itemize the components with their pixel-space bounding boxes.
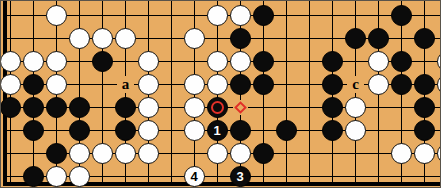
black-stone [23, 120, 44, 141]
white-stone [345, 120, 366, 141]
black-stone [253, 74, 274, 95]
black-stone [69, 120, 90, 141]
white-stone [138, 120, 159, 141]
black-stone [391, 51, 412, 72]
go-diagram: ac143 [0, 0, 441, 188]
letter-point-c: c [347, 76, 364, 93]
white-stone [23, 51, 44, 72]
black-stone [115, 97, 136, 118]
black-stone [322, 51, 343, 72]
black-stone [253, 143, 274, 164]
white-stone [230, 5, 251, 26]
black-stone [23, 74, 44, 95]
numbered-black-stone-1: 1 [207, 120, 228, 141]
white-stone [46, 5, 67, 26]
numbered-white-stone-4: 4 [184, 166, 205, 187]
black-stone [414, 120, 435, 141]
letter-point-a: a [117, 76, 134, 93]
white-stone [0, 51, 21, 72]
black-stone [414, 28, 435, 49]
white-stone [0, 74, 21, 95]
black-stone [322, 120, 343, 141]
white-stone [138, 97, 159, 118]
white-stone [115, 143, 136, 164]
white-stone [414, 143, 435, 164]
white-stone [207, 143, 228, 164]
white-stone [46, 74, 67, 95]
white-stone [437, 143, 441, 164]
white-stone [69, 166, 90, 187]
black-stone [276, 120, 297, 141]
go-board: ac143 [0, 0, 441, 188]
white-stone [184, 28, 205, 49]
white-stone [92, 28, 113, 49]
black-stone [46, 143, 67, 164]
white-stone [184, 120, 205, 141]
white-stone [115, 28, 136, 49]
black-stone [230, 120, 251, 141]
white-stone [391, 143, 412, 164]
black-stone [46, 97, 67, 118]
board-bottom-edge [3, 182, 441, 186]
black-stone [414, 97, 435, 118]
black-stone [23, 166, 44, 187]
numbered-black-stone-3: 3 [230, 166, 251, 187]
white-stone [437, 51, 441, 72]
white-stone [184, 97, 205, 118]
black-stone [345, 28, 366, 49]
black-stone [368, 28, 389, 49]
black-stone [253, 51, 274, 72]
white-stone [437, 74, 441, 95]
black-stone [322, 74, 343, 95]
white-stone [230, 143, 251, 164]
white-stone [184, 74, 205, 95]
white-stone [138, 143, 159, 164]
black-stone [414, 74, 435, 95]
white-stone [138, 51, 159, 72]
black-stone [230, 74, 251, 95]
white-stone [345, 97, 366, 118]
black-stone [391, 5, 412, 26]
black-stone [322, 97, 343, 118]
white-stone [46, 166, 67, 187]
black-stone [0, 97, 21, 118]
black-stone [23, 97, 44, 118]
grid-vline [286, 1, 287, 186]
white-stone [207, 5, 228, 26]
white-stone [207, 74, 228, 95]
black-stone [115, 120, 136, 141]
black-stone [253, 5, 274, 26]
grid-vline [309, 1, 310, 186]
black-stone [92, 51, 113, 72]
white-stone [69, 143, 90, 164]
black-stone [391, 74, 412, 95]
white-stone [368, 74, 389, 95]
white-stone [368, 51, 389, 72]
white-stone [138, 74, 159, 95]
white-stone [207, 51, 228, 72]
white-stone [69, 28, 90, 49]
grid-vline [171, 1, 172, 186]
white-stone [92, 143, 113, 164]
white-stone [230, 51, 251, 72]
white-stone [46, 51, 67, 72]
red-circle-marker [211, 101, 224, 114]
black-stone [230, 28, 251, 49]
black-stone [69, 97, 90, 118]
